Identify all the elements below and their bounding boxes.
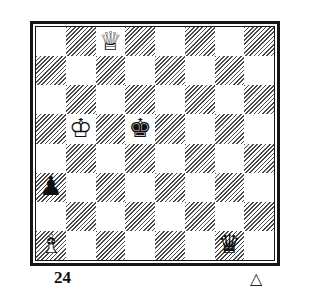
square-g7: [215, 56, 245, 85]
chess-board-grid: ♛♕♚♔♚♟♝♗♛: [35, 26, 275, 261]
square-e1: [155, 231, 185, 260]
square-b6: [66, 85, 96, 114]
chess-diagram-page: ♛♕♚♔♚♟♝♗♛ 24 △: [0, 0, 311, 296]
square-f3: [185, 173, 215, 202]
square-f6: [185, 85, 215, 114]
square-d4: [125, 144, 155, 173]
white-king-piece: ♚♔: [66, 114, 96, 143]
square-g2: [215, 202, 245, 231]
square-g3: [215, 173, 245, 202]
square-a1: ♝♗: [36, 231, 66, 260]
square-e7: [155, 56, 185, 85]
square-d3: [125, 173, 155, 202]
square-f4: [185, 144, 215, 173]
square-h7: [244, 56, 274, 85]
square-c5: [96, 114, 126, 143]
square-f1: [185, 231, 215, 260]
square-c2: [96, 202, 126, 231]
square-e2: [155, 202, 185, 231]
square-c1: [96, 231, 126, 260]
square-f2: [185, 202, 215, 231]
square-f8: [185, 27, 215, 56]
square-e6: [155, 85, 185, 114]
square-d2: [125, 202, 155, 231]
square-b2: [66, 202, 96, 231]
white-bishop-piece: ♝♗: [36, 231, 66, 260]
square-d5: ♚: [125, 114, 155, 143]
square-g4: [215, 144, 245, 173]
square-d8: [125, 27, 155, 56]
square-h6: [244, 85, 274, 114]
square-b5: ♚♔: [66, 114, 96, 143]
square-a6: [36, 85, 66, 114]
square-f7: [185, 56, 215, 85]
square-g6: [215, 85, 245, 114]
piece-glyph: ♚: [128, 115, 151, 141]
black-pawn-piece: ♟: [36, 173, 66, 202]
piece-glyph: ♛: [218, 231, 241, 257]
square-b3: [66, 173, 96, 202]
diagram-number: 24: [54, 268, 71, 288]
square-g5: [215, 114, 245, 143]
white-queen-piece: ♛♕: [96, 27, 126, 56]
piece-glyph: ♕: [99, 28, 122, 54]
square-c6: [96, 85, 126, 114]
square-e8: [155, 27, 185, 56]
black-king-piece: ♚: [125, 114, 155, 143]
square-e3: [155, 173, 185, 202]
square-b7: [66, 56, 96, 85]
black-queen-piece: ♛: [215, 231, 245, 260]
square-e5: [155, 114, 185, 143]
square-h3: [244, 173, 274, 202]
square-a7: [36, 56, 66, 85]
square-c8: ♛♕: [96, 27, 126, 56]
square-b1: [66, 231, 96, 260]
square-a8: [36, 27, 66, 56]
square-h8: [244, 27, 274, 56]
square-c4: [96, 144, 126, 173]
square-d7: [125, 56, 155, 85]
square-a4: [36, 144, 66, 173]
square-d6: [125, 85, 155, 114]
square-h2: [244, 202, 274, 231]
piece-glyph: ♗: [39, 231, 62, 257]
chess-board: ♛♕♚♔♚♟♝♗♛: [30, 21, 280, 266]
square-c7: [96, 56, 126, 85]
square-g1: ♛: [215, 231, 245, 260]
white-to-move-icon: △: [250, 269, 262, 288]
square-g8: [215, 27, 245, 56]
piece-glyph: ♔: [69, 115, 92, 141]
square-h5: [244, 114, 274, 143]
square-b8: [66, 27, 96, 56]
square-b4: [66, 144, 96, 173]
square-h1: [244, 231, 274, 260]
square-f5: [185, 114, 215, 143]
square-a3: ♟: [36, 173, 66, 202]
square-a5: [36, 114, 66, 143]
square-c3: [96, 173, 126, 202]
square-e4: [155, 144, 185, 173]
square-h4: [244, 144, 274, 173]
piece-glyph: ♟: [39, 173, 62, 199]
square-a2: [36, 202, 66, 231]
square-d1: [125, 231, 155, 260]
